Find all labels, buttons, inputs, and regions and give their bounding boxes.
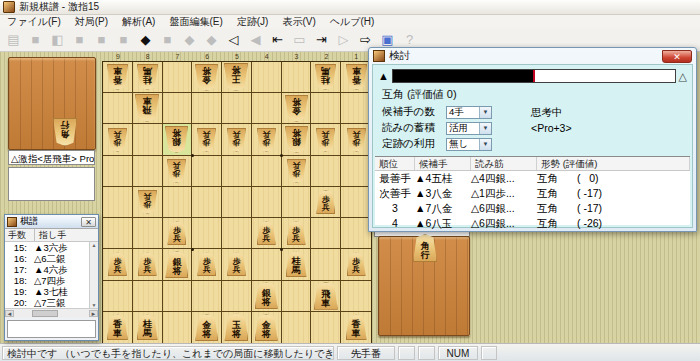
chevron-down-icon[interactable]: ▼ [479, 139, 491, 150]
piece-char: 兵 [143, 192, 151, 200]
thinking-status: 思考中 [531, 106, 563, 120]
joseki-use-select[interactable]: 無し▼ [446, 138, 492, 151]
square-1-8[interactable] [341, 281, 371, 312]
square-7-8[interactable] [163, 281, 193, 312]
file-label-3: 3 [282, 53, 312, 61]
square-5-6[interactable] [222, 218, 252, 249]
analysis-window: 検討 ✕ ▲ △ 互角 (評価値 0) 候補手の数4手▼読みの蓄積活用▼定跡の利… [368, 47, 697, 232]
sente-piece-歩兵[interactable]: 歩兵 [347, 252, 366, 276]
square-4-7[interactable] [252, 249, 282, 280]
square-2-1[interactable]: 桂馬 [311, 62, 341, 93]
move-number: 19: [5, 286, 27, 297]
piece-char: 兵 [322, 130, 330, 138]
candidate-move: ▲3八金 [415, 186, 471, 201]
candidate-shape: 互角 [537, 186, 577, 201]
candidate-eval: ( -17) [577, 201, 690, 216]
candidate-move: ▲7八金 [415, 201, 471, 216]
piece-char: 兵 [232, 266, 240, 274]
step-back-button[interactable]: ◁ [223, 30, 244, 49]
sente-piece-香車[interactable]: 香車 [346, 314, 367, 340]
piece-char: 馬 [143, 329, 152, 338]
board-edit-button[interactable]: ◆ [135, 30, 156, 49]
board-file-coordinates: 987654321 [103, 53, 371, 61]
square-4-3[interactable]: 歩兵 [252, 124, 282, 155]
candidate-move: ▲4五桂 [415, 171, 471, 186]
board-star-dot [191, 154, 194, 157]
square-5-4[interactable] [222, 156, 252, 187]
gote-piece-歩兵[interactable]: 歩兵 [316, 128, 335, 152]
square-6-7[interactable]: 歩兵 [192, 249, 222, 280]
candidate-pv: △6四銀... [471, 216, 537, 231]
candidate-rank: 最善手 [375, 171, 415, 186]
gote-piece-銀将[interactable]: 銀将 [285, 126, 308, 153]
square-3-6[interactable]: 歩兵 [282, 218, 312, 249]
candidate-move: ▲6八玉 [415, 216, 471, 231]
square-2-4[interactable] [311, 156, 341, 187]
analysis-window-title: 検討 [389, 49, 658, 63]
piece-char: 兵 [262, 235, 270, 243]
square-9-7[interactable]: 歩兵 [103, 249, 133, 280]
piece-char: 行 [61, 120, 70, 129]
piece-char: 将 [202, 330, 211, 339]
gote-piece-金将[interactable]: 金将 [285, 95, 308, 122]
jump-end-button[interactable]: ⇥ [311, 30, 332, 49]
gote-mark: △ [679, 70, 687, 83]
piece-char: 将 [262, 330, 271, 339]
square-9-9[interactable]: 香車 [103, 312, 133, 343]
status-panel-2 [398, 346, 415, 360]
square-6-6[interactable] [192, 218, 222, 249]
analysis-window-titlebar[interactable]: 検討 ✕ [369, 48, 696, 64]
square-7-2[interactable] [163, 93, 193, 124]
candidate-table-headers: 順位候補手読み筋形勢 (評価値) [375, 157, 690, 171]
kifu-move-row[interactable]: 19:▲3七桂 [5, 286, 89, 297]
menu-item-1[interactable]: 対局(P) [68, 15, 115, 28]
evaluation-fill [393, 70, 534, 82]
candidate-shape: 互角 [537, 216, 577, 231]
square-1-4[interactable] [341, 156, 371, 187]
comment-box [8, 167, 95, 201]
kifu-column-headers: 手数 指し手 [5, 228, 98, 242]
square-7-9[interactable] [163, 312, 193, 343]
analysis-control-row: 定跡の利用無し▼ [382, 136, 492, 152]
square-6-3[interactable]: 歩兵 [192, 124, 222, 155]
gote-piece-香車[interactable]: 香車 [346, 64, 367, 90]
sente-piece-歩兵[interactable]: 歩兵 [167, 221, 186, 245]
square-9-6[interactable] [103, 218, 133, 249]
gote-piece-歩兵[interactable]: 歩兵 [138, 190, 157, 214]
square-8-9[interactable]: 桂馬 [133, 312, 163, 343]
gote-player-label: △激指<居飛車> Pro+ [8, 150, 95, 165]
file-label-4: 4 [252, 53, 282, 61]
square-6-2[interactable] [192, 93, 222, 124]
gote-piece-金将[interactable]: 金将 [195, 64, 218, 91]
piece-char: 将 [292, 97, 301, 106]
copy-button: ■ [91, 30, 112, 49]
kifu-window: 棋譜 ✕ 手数 指し手 15:▲3六歩16:△6二銀17:▲4六歩18:△7四歩… [4, 214, 99, 341]
candidate-rank: 次善手 [375, 186, 415, 201]
play-back-button: ◀ [245, 30, 266, 49]
square-3-3[interactable]: 銀将 [282, 124, 312, 155]
square-7-6[interactable]: 歩兵 [163, 218, 193, 249]
print-button: ■ [69, 30, 90, 49]
sente-piece-桂馬[interactable]: 桂馬 [137, 314, 158, 340]
kifu-move-row[interactable]: 16:△6二銀 [5, 253, 89, 264]
evaluation-text: 互角 (評価値 0) [382, 87, 457, 102]
square-2-9[interactable] [311, 312, 341, 343]
kifu-move-row[interactable]: 20:△7三銀 [5, 297, 89, 308]
piece-char: 兵 [352, 130, 360, 138]
piece-char: 兵 [322, 204, 330, 212]
square-8-1[interactable]: 桂馬 [133, 62, 163, 93]
menu-item-6[interactable]: ヘルプ(H) [323, 15, 382, 28]
move-text: △6二銀 [34, 253, 66, 264]
piece-char: 飛 [143, 105, 152, 114]
play-forward-button: ▷ [333, 30, 354, 49]
square-1-6[interactable] [341, 218, 371, 249]
square-5-8[interactable] [222, 281, 252, 312]
gote-piece-歩兵[interactable]: 歩兵 [347, 128, 366, 152]
square-8-5[interactable]: 歩兵 [133, 187, 163, 218]
candidate-table-rows: 最善手▲4五桂△4四銀...互角( 0)次善手▲3八金△1四歩...互角( -1… [375, 171, 690, 231]
square-1-1[interactable]: 香車 [341, 62, 371, 93]
square-6-8[interactable] [192, 281, 222, 312]
sente-piece-歩兵[interactable]: 歩兵 [138, 252, 157, 276]
kifu-comment-box[interactable] [7, 320, 96, 338]
chevron-down-icon[interactable]: ▼ [479, 123, 491, 134]
gote-piece-飛車[interactable]: 飛車 [135, 94, 159, 122]
square-8-2[interactable]: 飛車 [133, 93, 163, 124]
move-text: ▲4六歩 [34, 264, 68, 275]
square-1-7[interactable]: 歩兵 [341, 249, 371, 280]
piece-char: 兵 [262, 130, 270, 138]
square-8-4[interactable] [133, 156, 163, 187]
piece-char: 将 [172, 128, 181, 137]
move-text: ▲3六歩 [34, 242, 68, 253]
takeback-button: ◆ [179, 30, 200, 49]
app-icon [3, 1, 15, 13]
square-4-4[interactable] [252, 156, 282, 187]
square-9-2[interactable] [103, 93, 133, 124]
candidate-pv: △4四銀... [471, 171, 537, 186]
gote-piece-stand: 角行 [8, 57, 96, 150]
kifu-move-row[interactable]: 15:▲3六歩 [5, 242, 89, 253]
square-4-9[interactable]: 金将 [252, 312, 282, 343]
gote-piece-角行[interactable]: 角行 [53, 118, 77, 146]
square-1-9[interactable]: 香車 [341, 312, 371, 343]
candidate-header-2: 読み筋 [471, 157, 537, 170]
candidate-rank: 4 [375, 216, 415, 231]
gote-piece-歩兵[interactable]: 歩兵 [108, 128, 127, 152]
square-5-1[interactable]: 王将 [222, 62, 252, 93]
gote-piece-歩兵[interactable]: 歩兵 [167, 159, 186, 183]
square-4-5[interactable] [252, 187, 282, 218]
square-3-4[interactable]: 歩兵 [282, 156, 312, 187]
square-2-7[interactable] [311, 249, 341, 280]
move-number: 20: [5, 297, 27, 308]
piece-char: 将 [292, 128, 301, 137]
square-9-5[interactable] [103, 187, 133, 218]
move-number: 17: [5, 264, 27, 275]
scroll-left-icon[interactable]: ◄ [5, 310, 14, 317]
kifu-window-titlebar[interactable]: 棋譜 ✕ [5, 215, 98, 228]
sente-piece-桂馬[interactable]: 桂馬 [286, 251, 307, 277]
piece-char: 車 [143, 96, 152, 105]
gote-piece-歩兵[interactable]: 歩兵 [287, 159, 306, 183]
move-number: 15: [5, 242, 27, 253]
sente-piece-歩兵[interactable]: 歩兵 [227, 252, 246, 276]
piece-char: 兵 [232, 130, 240, 138]
candidate-shape: 互角 [537, 201, 577, 216]
gote-piece-歩兵[interactable]: 歩兵 [197, 128, 216, 152]
select-value: 無し [447, 138, 479, 151]
piece-char: 桂 [143, 75, 152, 84]
scroll-right-icon[interactable]: ► [89, 310, 98, 317]
candidate-pv: △6四銀... [471, 201, 537, 216]
square-8-3[interactable] [133, 124, 163, 155]
chevron-down-icon[interactable]: ▼ [479, 107, 491, 118]
square-2-2[interactable] [311, 93, 341, 124]
move-number: 18: [5, 275, 27, 286]
piece-char: 車 [352, 66, 361, 75]
square-1-5[interactable] [341, 187, 371, 218]
square-4-2[interactable] [252, 93, 282, 124]
square-6-1[interactable]: 金将 [192, 62, 222, 93]
sente-piece-飛車[interactable]: 飛車 [314, 282, 338, 310]
square-5-3[interactable]: 歩兵 [222, 124, 252, 155]
move-text: ▲3七桂 [34, 286, 68, 297]
square-7-7[interactable]: 銀将 [163, 249, 193, 280]
gote-piece-桂馬[interactable]: 桂馬 [137, 64, 158, 90]
sente-piece-金将[interactable]: 金将 [195, 314, 218, 341]
piece-char: 歩 [143, 200, 151, 208]
window-title: 新規棋譜 - 激指15 [19, 0, 99, 14]
piece-char: 兵 [113, 266, 121, 274]
save-kifu-button: ◧ [47, 30, 68, 49]
kifu-move-row[interactable]: 17:▲4六歩 [5, 264, 89, 275]
sente-piece-銀将[interactable]: 銀将 [255, 282, 278, 309]
square-5-9[interactable]: 玉将 [222, 312, 252, 343]
piece-tool-button: ■ [157, 30, 178, 49]
square-2-5[interactable]: 歩兵 [311, 187, 341, 218]
sente-piece-歩兵[interactable]: 歩兵 [108, 252, 127, 276]
piece-char: 将 [202, 66, 211, 75]
sente-piece-金将[interactable]: 金将 [255, 314, 278, 341]
status-panel-4: NUM [438, 346, 478, 360]
piece-char: 馬 [321, 66, 330, 75]
piece-char: 銀 [292, 137, 301, 146]
sente-mark: ▲ [378, 70, 389, 83]
stop-button: ▭ [289, 30, 310, 49]
piece-char: 兵 [113, 130, 121, 138]
square-9-4[interactable] [103, 156, 133, 187]
gote-piece-桂馬[interactable]: 桂馬 [315, 64, 336, 90]
square-3-2[interactable]: 金将 [282, 93, 312, 124]
file-label-7: 7 [163, 53, 193, 61]
piece-char: 香 [113, 75, 122, 84]
square-5-5[interactable] [222, 187, 252, 218]
square-5-2[interactable] [222, 93, 252, 124]
square-8-8[interactable] [133, 281, 163, 312]
square-9-1[interactable]: 香車 [103, 62, 133, 93]
candidate-eval: ( -26) [577, 216, 690, 231]
file-label-5: 5 [222, 53, 252, 61]
square-1-2[interactable] [341, 93, 371, 124]
kifu-body: 15:▲3六歩16:△6二銀17:▲4六歩18:△7四歩19:▲3七桂20:△7… [5, 242, 98, 308]
sente-piece-stand: 角行 [378, 236, 470, 336]
piece-char: 兵 [292, 235, 300, 243]
app-window: 新規棋譜 - 激指15 ファイル(F)対局(P)解析(A)盤面編集(E)定跡(J… [0, 0, 700, 361]
square-4-1[interactable] [252, 62, 282, 93]
gote-piece-香車[interactable]: 香車 [107, 64, 128, 90]
square-6-5[interactable] [192, 187, 222, 218]
piece-char: 兵 [203, 266, 211, 274]
square-7-3[interactable]: 銀将 [163, 124, 193, 155]
piece-char: 兵 [173, 235, 181, 243]
piece-char: 兵 [143, 266, 151, 274]
scrollbar-thumb[interactable] [32, 310, 58, 317]
sente-piece-角行[interactable]: 角行 [413, 234, 437, 262]
candidate-header-1: 候補手 [415, 157, 471, 170]
file-label-6: 6 [192, 53, 222, 61]
kifu-window-icon [7, 217, 17, 227]
square-2-8[interactable]: 飛車 [311, 281, 341, 312]
jump-start-button[interactable]: ⇤ [267, 30, 288, 49]
candidate-eval: ( 0) [577, 171, 690, 186]
file-label-1: 1 [341, 53, 371, 61]
piece-char: 車 [113, 329, 122, 338]
paste-button: ■ [113, 30, 134, 49]
candidate-row[interactable]: 4▲6八玉△6四銀...互角( -26) [375, 216, 690, 231]
piece-char: 将 [262, 298, 271, 307]
sente-piece-歩兵[interactable]: 歩兵 [316, 190, 335, 214]
kifu-close-icon[interactable]: ✕ [81, 217, 96, 227]
read-accumulation-select[interactable]: 活用▼ [446, 122, 492, 135]
status-panel-5 [481, 346, 497, 360]
candidate-header-0: 順位 [375, 157, 415, 170]
kifu-horizontal-scrollbar[interactable]: ◄ ► [5, 308, 98, 318]
sente-piece-歩兵[interactable]: 歩兵 [197, 252, 216, 276]
move-text: △7三銀 [34, 297, 66, 308]
menu-item-3[interactable]: 盤面編集(E) [162, 15, 229, 28]
square-4-6[interactable]: 歩兵 [252, 218, 282, 249]
kifu-move-row[interactable]: 18:△7四歩 [5, 275, 89, 286]
new-kifu-button: ▤ [3, 30, 24, 49]
square-3-5[interactable] [282, 187, 312, 218]
gote-piece-銀将[interactable]: 銀将 [165, 126, 188, 153]
candidate-shape: 互角 [537, 171, 577, 186]
sente-piece-香車[interactable]: 香車 [107, 314, 128, 340]
shogi-board: 香車桂馬金将王将桂馬香車飛車金将歩兵銀将歩兵歩兵歩兵銀将歩兵歩兵歩兵歩兵歩兵歩兵… [102, 61, 372, 344]
square-8-7[interactable]: 歩兵 [133, 249, 163, 280]
piece-char: 将 [172, 267, 181, 276]
analysis-controls: 候補手の数4手▼読みの蓄積活用▼定跡の利用無し▼ [382, 104, 492, 152]
square-3-9[interactable] [282, 312, 312, 343]
analysis-control-row: 読みの蓄積活用▼ [382, 120, 492, 136]
kifu-window-title: 棋譜 [20, 215, 78, 228]
gote-piece-歩兵[interactable]: 歩兵 [227, 128, 246, 152]
square-2-3[interactable]: 歩兵 [311, 124, 341, 155]
candidate-row[interactable]: 最善手▲4五桂△4四銀...互角( 0) [375, 171, 690, 186]
scroll-up-icon[interactable]: ▲ [90, 242, 98, 248]
menu-item-5[interactable]: 表示(V) [275, 15, 322, 28]
square-3-8[interactable] [282, 281, 312, 312]
square-7-4[interactable]: 歩兵 [163, 156, 193, 187]
window-titlebar[interactable]: 新規棋譜 - 激指15 [0, 0, 700, 15]
sente-piece-歩兵[interactable]: 歩兵 [257, 221, 276, 245]
piece-char: 角 [61, 129, 70, 138]
gote-piece-王将[interactable]: 王将 [224, 63, 248, 91]
piece-char: 車 [113, 66, 122, 75]
menu-item-2[interactable]: 解析(A) [115, 15, 162, 28]
engine-level-label: <Pro+3> [531, 122, 572, 134]
kifu-move-list[interactable]: 15:▲3六歩16:△6二銀17:▲4六歩18:△7四歩19:▲3七桂20:△7… [5, 242, 89, 308]
square-4-8[interactable]: 銀将 [252, 281, 282, 312]
status-panel-3 [418, 346, 435, 360]
candidate-row[interactable]: 次善手▲3八金△1四歩...互角( -17) [375, 186, 690, 201]
square-7-1[interactable] [163, 62, 193, 93]
select-value: 4手 [447, 106, 479, 119]
file-label-9: 9 [103, 53, 133, 61]
piece-char: 兵 [352, 266, 360, 274]
square-2-6[interactable] [311, 218, 341, 249]
square-9-3[interactable]: 歩兵 [103, 124, 133, 155]
status-message: 検討中です （いつでも手を指したり、これまでの局面に移動したりできます） [2, 346, 334, 360]
control-label: 定跡の利用 [382, 137, 446, 151]
piece-char: 将 [232, 65, 241, 74]
file-label-2: 2 [311, 53, 341, 61]
square-3-7[interactable]: 桂馬 [282, 249, 312, 280]
open-kifu-button: ■ [25, 30, 46, 49]
select-value: 活用 [447, 122, 479, 135]
candidate-rank: 3 [375, 201, 415, 216]
square-5-7[interactable]: 歩兵 [222, 249, 252, 280]
piece-char: 将 [232, 330, 241, 339]
square-6-4[interactable] [192, 156, 222, 187]
square-9-8[interactable] [103, 281, 133, 312]
piece-char: 銀 [172, 137, 181, 146]
menu-item-4[interactable]: 定跡(J) [230, 15, 276, 28]
sente-piece-銀将[interactable]: 銀将 [165, 251, 188, 278]
evaluation-center-marker [533, 70, 535, 82]
kifu-vertical-scrollbar[interactable]: ▲ ▼ [89, 242, 98, 308]
kifu-col-move: 指し手 [35, 229, 98, 241]
piece-char: 金 [292, 106, 301, 115]
analysis-control-row: 候補手の数4手▼ [382, 104, 492, 120]
piece-char: 王 [232, 74, 241, 83]
status-panels: 先手番NUM [337, 346, 500, 360]
evaluation-bar-row: ▲ △ [378, 69, 687, 83]
piece-char: 香 [352, 75, 361, 84]
status-bar: 検討中です （いつでも手を指したり、これまでの局面に移動したりできます） 先手番… [0, 343, 700, 361]
sente-piece-歩兵[interactable]: 歩兵 [287, 221, 306, 245]
square-3-1[interactable] [282, 62, 312, 93]
board-star-dot [191, 248, 194, 251]
candidate-row[interactable]: 3▲7八金△6四銀...互角( -17) [375, 201, 690, 216]
gote-piece-歩兵[interactable]: 歩兵 [257, 128, 276, 152]
candidate-eval: ( -17) [577, 186, 690, 201]
board-star-dot [280, 248, 283, 251]
square-8-6[interactable] [133, 218, 163, 249]
analysis-close-icon[interactable]: ✕ [662, 50, 692, 63]
sente-piece-玉将[interactable]: 玉将 [224, 313, 248, 341]
candidate-count-select[interactable]: 4手▼ [446, 106, 492, 119]
square-6-9[interactable]: 金将 [192, 312, 222, 343]
square-7-5[interactable] [163, 187, 193, 218]
menu-item-0[interactable]: ファイル(F) [0, 15, 68, 28]
square-1-3[interactable]: 歩兵 [341, 124, 371, 155]
piece-char: 桂 [321, 75, 330, 84]
